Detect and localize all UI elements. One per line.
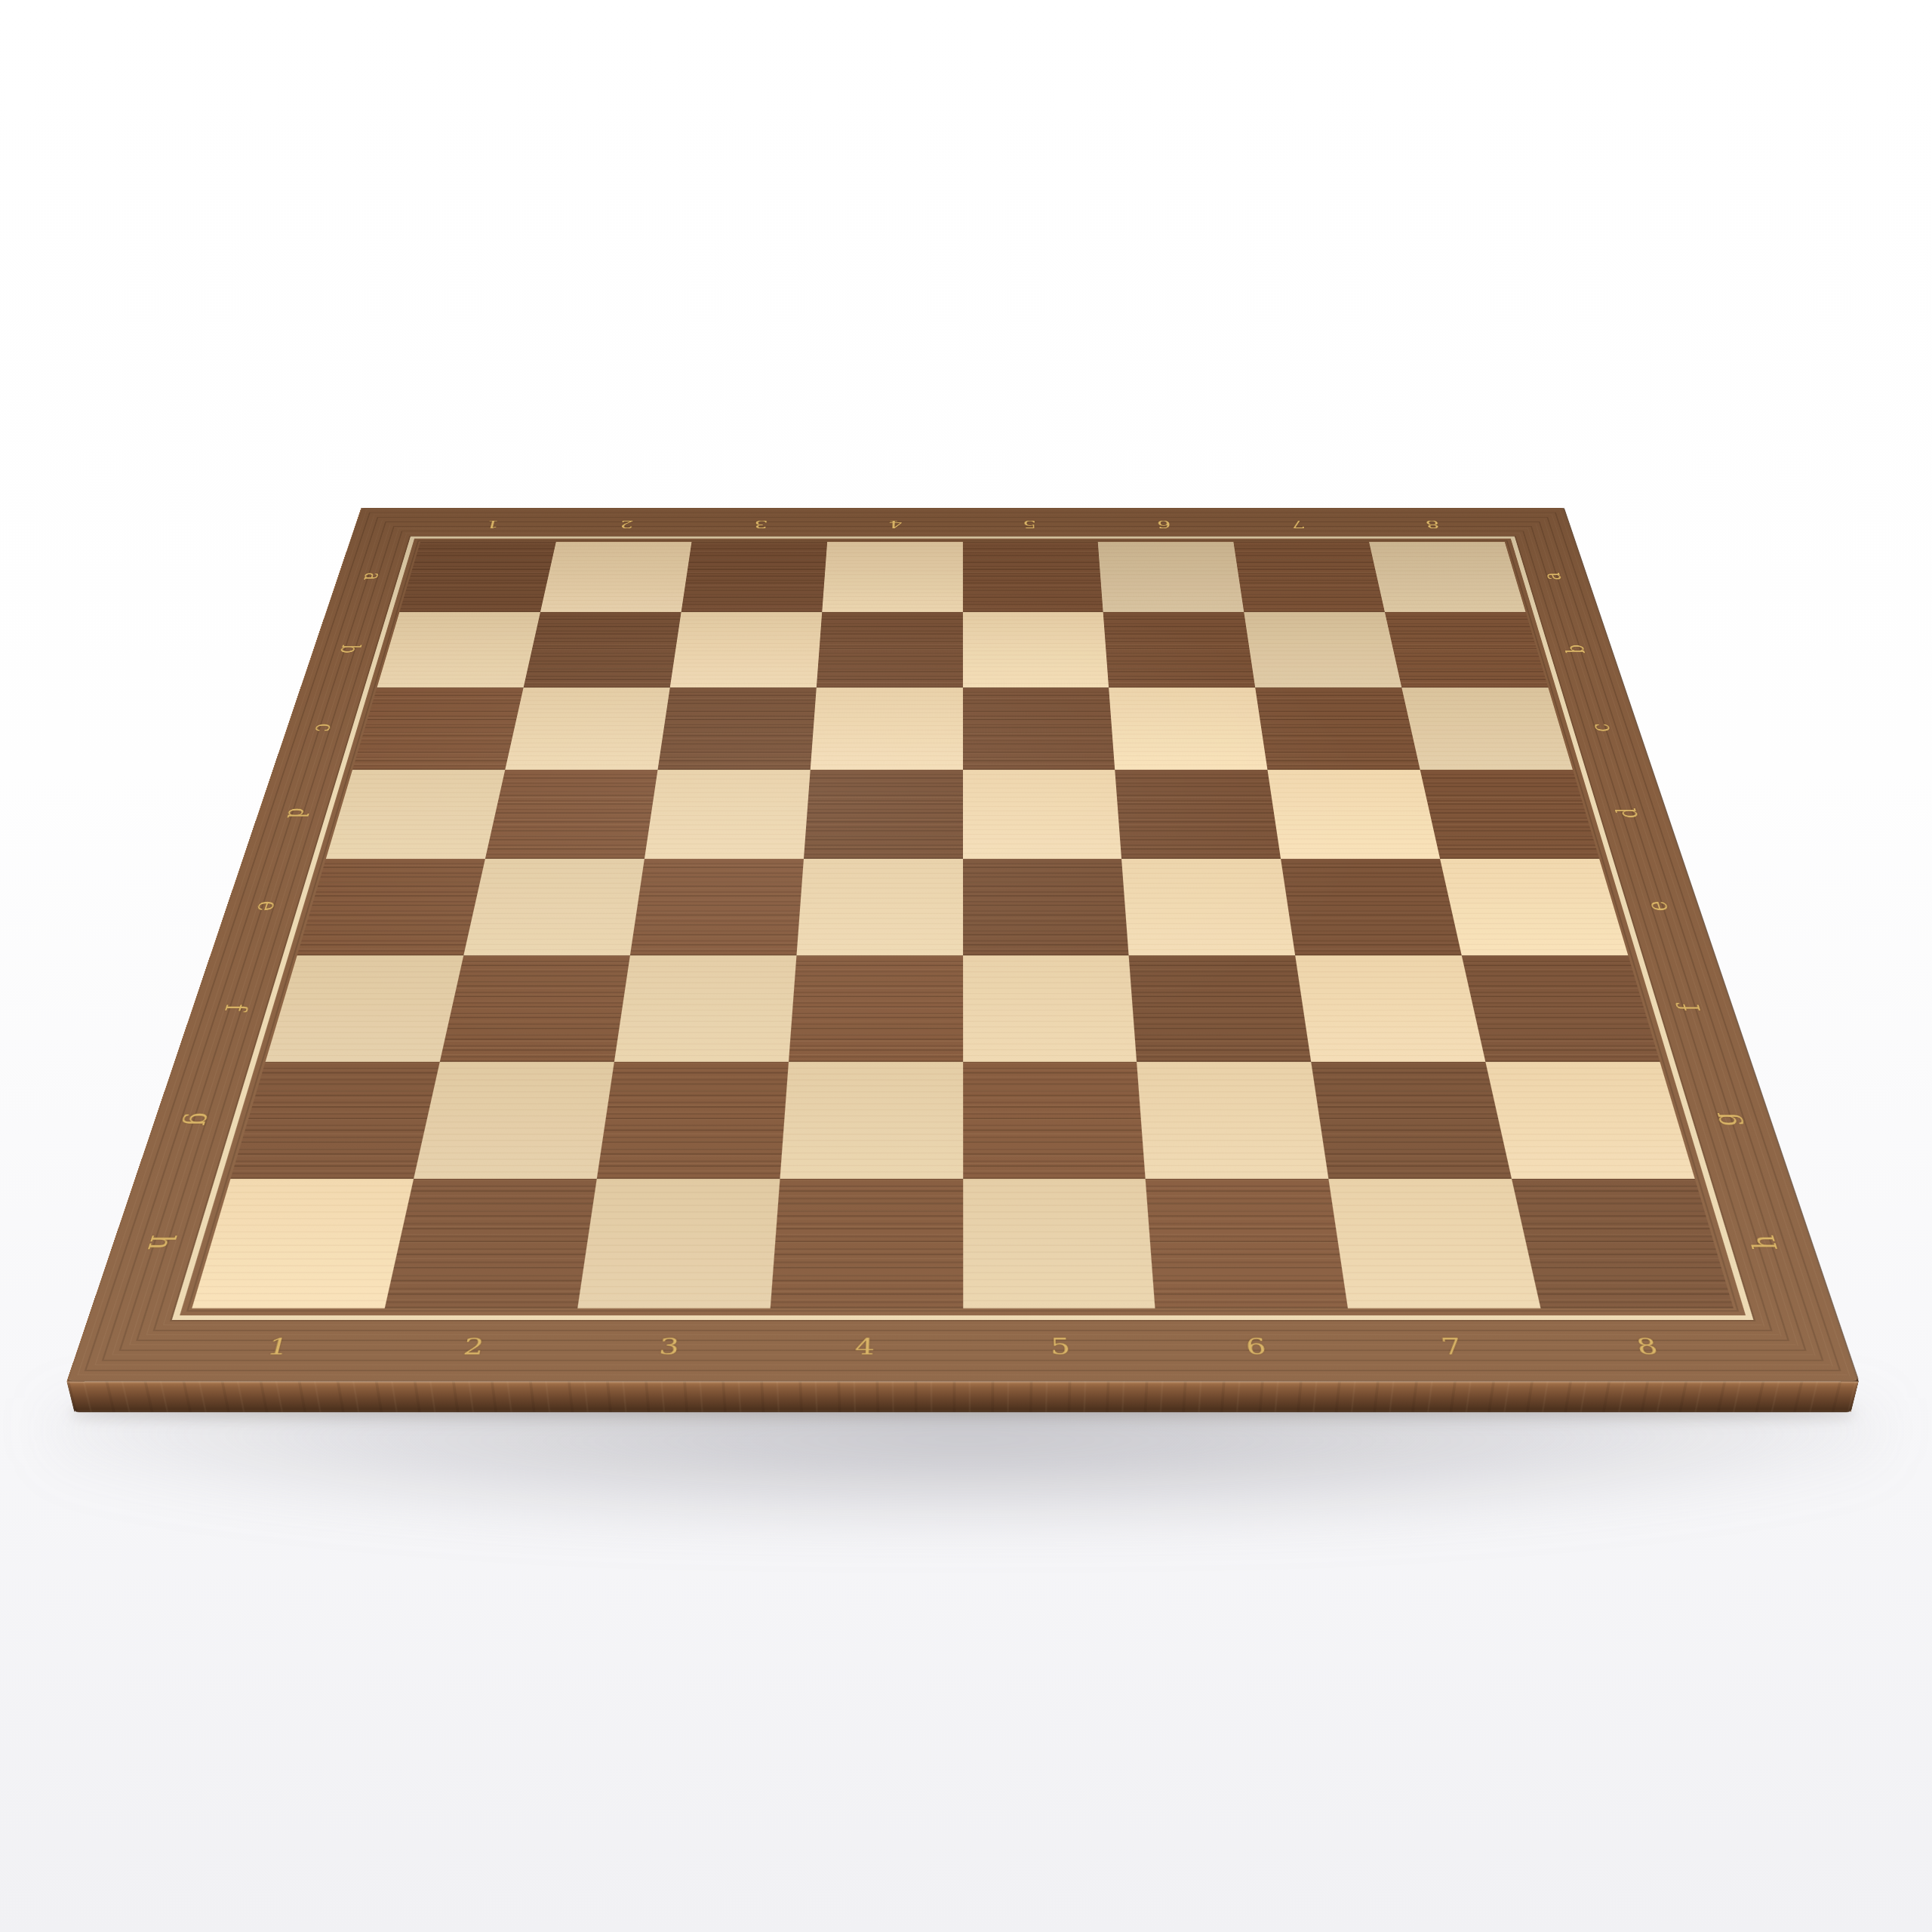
square-g1[interactable] xyxy=(230,1062,439,1179)
square-b4[interactable] xyxy=(816,611,962,687)
square-g8[interactable] xyxy=(1485,1062,1694,1179)
square-c4[interactable] xyxy=(810,688,962,769)
square-d7[interactable] xyxy=(1267,769,1439,858)
coord-near-5: 5 xyxy=(1050,1334,1071,1357)
square-d1[interactable] xyxy=(326,769,505,858)
square-e8[interactable] xyxy=(1440,858,1628,955)
square-b7[interactable] xyxy=(1244,611,1401,687)
square-h4[interactable] xyxy=(770,1179,962,1308)
square-a1[interactable] xyxy=(399,542,555,612)
square-b8[interactable] xyxy=(1385,611,1548,687)
square-f2[interactable] xyxy=(439,955,629,1062)
square-e7[interactable] xyxy=(1281,858,1462,955)
square-d8[interactable] xyxy=(1420,769,1598,858)
square-d3[interactable] xyxy=(644,769,810,858)
board-side-near-face xyxy=(66,1381,1858,1412)
square-a5[interactable] xyxy=(962,542,1103,612)
square-f7[interactable] xyxy=(1295,955,1485,1062)
square-a2[interactable] xyxy=(540,542,691,612)
square-b1[interactable] xyxy=(377,611,540,687)
square-g7[interactable] xyxy=(1311,1062,1512,1179)
board-top-face: 1234567812345678abcdefghabcdefgh xyxy=(66,507,1858,1381)
square-e2[interactable] xyxy=(463,858,645,955)
coord-left-h: h xyxy=(142,1234,180,1249)
square-c1[interactable] xyxy=(352,688,523,769)
coord-near-7: 7 xyxy=(1439,1334,1463,1357)
square-b5[interactable] xyxy=(962,611,1109,687)
square-a4[interactable] xyxy=(821,542,962,612)
square-d4[interactable] xyxy=(803,769,962,858)
square-b3[interactable] xyxy=(669,611,821,687)
square-d6[interactable] xyxy=(1115,769,1281,858)
square-a7[interactable] xyxy=(1233,542,1384,612)
square-f6[interactable] xyxy=(1128,955,1310,1062)
square-g2[interactable] xyxy=(413,1062,614,1179)
coord-near-8: 8 xyxy=(1634,1334,1660,1357)
square-f1[interactable] xyxy=(265,955,463,1062)
square-b6[interactable] xyxy=(1103,611,1255,687)
square-b2[interactable] xyxy=(523,611,681,687)
square-g6[interactable] xyxy=(1137,1062,1328,1179)
coord-near-3: 3 xyxy=(657,1334,680,1357)
coord-left-e: e xyxy=(252,900,285,911)
square-c7[interactable] xyxy=(1255,688,1420,769)
coord-right-e: e xyxy=(1640,900,1672,911)
square-f4[interactable] xyxy=(788,955,962,1062)
square-d5[interactable] xyxy=(962,769,1121,858)
square-c5[interactable] xyxy=(962,688,1115,769)
square-h7[interactable] xyxy=(1328,1179,1540,1308)
coord-near-6: 6 xyxy=(1244,1334,1267,1357)
coord-left-f: f xyxy=(220,1004,253,1011)
square-f5[interactable] xyxy=(962,955,1137,1062)
coord-left-g: g xyxy=(182,1112,218,1125)
coord-right-h: h xyxy=(1744,1234,1783,1249)
square-e4[interactable] xyxy=(796,858,962,955)
square-h5[interactable] xyxy=(962,1179,1155,1308)
coord-right-g: g xyxy=(1706,1112,1742,1125)
chess-board: 1234567812345678abcdefghabcdefgh xyxy=(66,507,1858,1381)
square-h2[interactable] xyxy=(384,1179,596,1308)
square-e6[interactable] xyxy=(1121,858,1295,955)
square-g4[interactable] xyxy=(779,1062,962,1179)
square-e5[interactable] xyxy=(962,858,1128,955)
coord-near-1: 1 xyxy=(265,1334,291,1357)
square-h8[interactable] xyxy=(1512,1179,1734,1308)
square-c6[interactable] xyxy=(1109,688,1267,769)
square-a8[interactable] xyxy=(1369,542,1525,612)
square-g5[interactable] xyxy=(962,1062,1146,1179)
square-c8[interactable] xyxy=(1401,688,1572,769)
square-f8[interactable] xyxy=(1461,955,1660,1062)
photo-background: 1234567812345678abcdefghabcdefgh xyxy=(0,0,1932,1932)
square-e1[interactable] xyxy=(297,858,485,955)
square-c2[interactable] xyxy=(505,688,669,769)
square-g3[interactable] xyxy=(596,1062,788,1179)
square-d2[interactable] xyxy=(485,769,657,858)
coord-right-f: f xyxy=(1672,1004,1706,1011)
square-h6[interactable] xyxy=(1146,1179,1348,1308)
coord-near-4: 4 xyxy=(854,1334,875,1357)
playing-area xyxy=(192,542,1734,1308)
square-f3[interactable] xyxy=(614,955,795,1062)
square-a3[interactable] xyxy=(681,542,826,612)
perspective-scene: 1234567812345678abcdefghabcdefgh xyxy=(0,0,1932,1932)
square-h1[interactable] xyxy=(192,1179,414,1308)
square-a6[interactable] xyxy=(1098,542,1244,612)
coord-near-2: 2 xyxy=(461,1334,485,1357)
square-e3[interactable] xyxy=(629,858,803,955)
square-h3[interactable] xyxy=(577,1179,779,1308)
square-c3[interactable] xyxy=(657,688,816,769)
